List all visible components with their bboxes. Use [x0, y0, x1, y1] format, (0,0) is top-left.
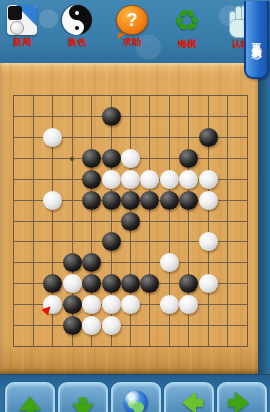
grid-line-horizontal — [14, 262, 247, 263]
white-stone — [199, 232, 218, 251]
white-stone — [82, 295, 101, 314]
grid-line-vertical — [227, 96, 228, 346]
white-stone — [121, 295, 140, 314]
black-stone — [160, 191, 179, 210]
white-stone — [140, 170, 159, 189]
white-stone — [82, 316, 101, 335]
white-stone — [160, 170, 179, 189]
help-button[interactable]: ? 求助 — [112, 5, 152, 47]
white-stone — [179, 295, 198, 314]
black-stone — [82, 253, 101, 272]
black-stone — [102, 107, 121, 126]
black-stone — [82, 191, 101, 210]
black-stone — [199, 128, 218, 147]
nav-forward-button[interactable] — [217, 382, 267, 412]
black-stone — [102, 191, 121, 210]
white-stone — [121, 149, 140, 168]
white-stone — [43, 191, 62, 210]
black-stone — [121, 191, 140, 210]
black-stone — [63, 253, 82, 272]
globe-icon — [124, 391, 148, 412]
go-app-screen: { "game": "go", "toolbar": { "items": [ … — [0, 0, 270, 412]
nav-up-button[interactable] — [5, 382, 55, 412]
top-toolbar: 新局 换色 ? 求助 ♻ 悔棋 认输 — [0, 0, 270, 64]
question-bubble-icon: ? — [116, 5, 148, 35]
black-stone — [140, 191, 159, 210]
black-stone — [102, 149, 121, 168]
white-stone — [43, 128, 62, 147]
white-stone — [179, 170, 198, 189]
white-stone — [63, 274, 82, 293]
black-stone — [102, 274, 121, 293]
bottom-nav-bar — [0, 374, 270, 412]
star-point — [70, 157, 74, 161]
black-stone — [82, 149, 101, 168]
black-stone — [121, 274, 140, 293]
recycle-arrows-icon: ♻ — [170, 5, 204, 37]
question-bubble-tail — [117, 32, 125, 40]
white-stone — [102, 170, 121, 189]
white-stone — [199, 274, 218, 293]
black-stone — [179, 149, 198, 168]
white-stone — [199, 170, 218, 189]
black-stone — [121, 212, 140, 231]
new-game-label: 新局 — [2, 37, 42, 47]
white-stone — [102, 316, 121, 335]
swap-color-button[interactable]: 换色 — [57, 5, 97, 47]
undo-button[interactable]: ♻ 悔棋 — [167, 5, 207, 49]
nav-back-button[interactable] — [164, 382, 214, 412]
black-stone — [63, 295, 82, 314]
white-stone — [199, 191, 218, 210]
goban-icon-white-stone — [10, 21, 24, 35]
taiji-icon — [62, 5, 92, 35]
green-left-arrow-icon — [182, 392, 196, 412]
green-up-arrow-icon — [19, 397, 41, 411]
green-right-arrow-icon — [235, 392, 249, 412]
go-board-grid[interactable] — [13, 95, 248, 347]
green-down-arrow-icon — [72, 404, 94, 412]
goban-icon — [7, 5, 37, 35]
black-stone — [102, 232, 121, 251]
black-stone — [140, 274, 159, 293]
grid-line-vertical — [149, 96, 150, 346]
new-game-button[interactable]: 新局 — [2, 5, 42, 47]
go-board[interactable] — [0, 63, 258, 374]
white-stone — [160, 295, 179, 314]
white-stone — [102, 295, 121, 314]
black-stone — [82, 274, 101, 293]
nav-browser-button[interactable] — [111, 382, 161, 412]
black-stone — [43, 274, 62, 293]
black-stone — [179, 191, 198, 210]
undo-label: 悔棋 — [167, 39, 207, 49]
grid-line-horizontal — [14, 325, 247, 326]
black-stone — [63, 316, 82, 335]
nav-down-button[interactable] — [58, 382, 108, 412]
white-stone — [121, 170, 140, 189]
white-stone — [160, 253, 179, 272]
black-stone — [179, 274, 198, 293]
swap-color-label: 换色 — [57, 37, 97, 47]
black-stone — [82, 170, 101, 189]
board-right-strip — [258, 63, 270, 374]
more-content-tab[interactable]: 更多精彩 — [244, 1, 269, 79]
goban-icon-black-square — [8, 6, 22, 20]
